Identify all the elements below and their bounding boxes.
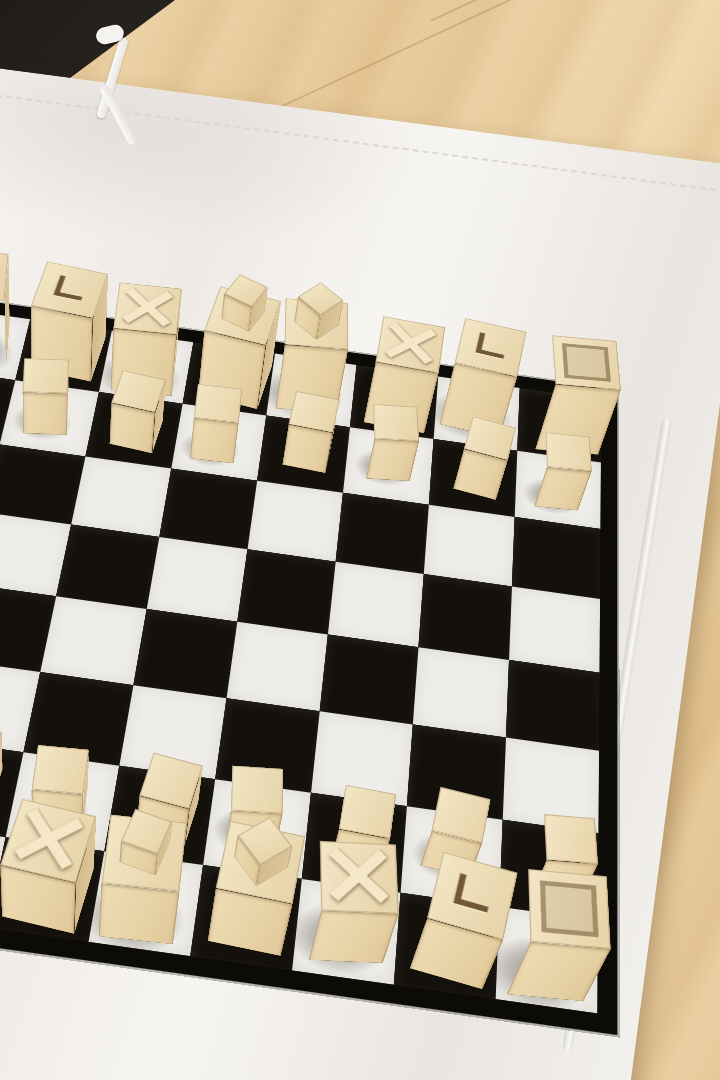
piece-black-pawn-h7[interactable] [511, 453, 597, 531]
square-h4[interactable] [506, 660, 600, 751]
piece-body [98, 869, 180, 944]
square-e5[interactable] [237, 549, 335, 634]
piece-black-pawn-d7[interactable] [165, 406, 260, 483]
piece-body [365, 445, 410, 482]
square-c5[interactable] [56, 525, 159, 609]
knight-l-notch: ∟ [46, 269, 94, 308]
square-e4[interactable] [227, 622, 328, 712]
wood-grain-seam [430, 0, 720, 22]
piece-black-pawn-f7[interactable] [341, 425, 432, 502]
square-f6[interactable] [336, 493, 429, 574]
square-d5[interactable] [147, 537, 248, 622]
chessboard: ∟××∟∟××∟ [0, 294, 617, 1071]
square-e6[interactable] [247, 481, 342, 562]
square-g6[interactable] [424, 505, 515, 587]
drawstring-cord [74, 24, 184, 164]
piece-body [23, 400, 68, 435]
square-d4[interactable] [133, 609, 237, 698]
knight-l-notch: ∟ [469, 326, 513, 367]
square-f5[interactable] [328, 562, 424, 647]
piece-white-rook-h1[interactable] [492, 909, 595, 1016]
square-f4[interactable] [320, 634, 419, 724]
photo-stage: ∟××∟∟××∟ [0, 0, 720, 1080]
square-g5[interactable] [418, 574, 511, 660]
square-c4[interactable] [40, 596, 146, 685]
square-g4[interactable] [413, 647, 509, 737]
wood-grain-seam [250, 0, 720, 122]
piece-black-pawn-b7[interactable] [0, 380, 95, 456]
piece-white-king-e1[interactable] [194, 863, 305, 968]
board-frame: ∟××∟∟××∟ [0, 294, 617, 1035]
board-grid: ∟××∟∟××∟ [0, 308, 601, 1014]
bishop-x-mark: × [316, 826, 402, 920]
bishop-x-mark: × [372, 306, 449, 378]
board-3d: ∟××∟∟××∟ [0, 294, 617, 1035]
knight-l-notch: ∟ [445, 864, 501, 925]
piece-body [190, 425, 237, 463]
rook-square-recess [562, 343, 610, 381]
piece-body: × [308, 892, 383, 963]
rook-square-recess [540, 881, 598, 937]
square-c6[interactable] [71, 457, 171, 537]
square-h5[interactable] [509, 586, 600, 672]
